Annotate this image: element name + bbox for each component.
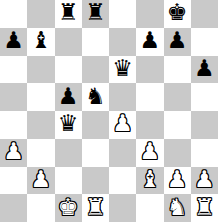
square-e7[interactable] xyxy=(109,28,136,56)
square-d5[interactable]: ♞ xyxy=(82,83,109,111)
square-f7[interactable]: ♟ xyxy=(136,28,163,56)
square-h3[interactable] xyxy=(191,139,218,167)
square-c8[interactable]: ♜ xyxy=(55,0,82,28)
square-h2[interactable]: ♟ xyxy=(191,167,218,195)
white-pawn-icon: ♟ xyxy=(112,112,133,135)
black-pawn-icon: ♟ xyxy=(140,29,161,52)
square-g5[interactable] xyxy=(164,83,191,111)
black-knight-icon: ♞ xyxy=(85,85,106,108)
square-h6[interactable]: ♟ xyxy=(191,56,218,84)
square-a6[interactable] xyxy=(0,56,27,84)
black-rook-icon: ♜ xyxy=(85,1,106,24)
square-b1[interactable] xyxy=(27,194,54,222)
white-pawn-icon: ♟ xyxy=(167,168,188,191)
square-h5[interactable] xyxy=(191,83,218,111)
square-a2[interactable] xyxy=(0,167,27,195)
square-a8[interactable] xyxy=(0,0,27,28)
square-a3[interactable]: ♟ xyxy=(0,139,27,167)
square-e4[interactable]: ♟ xyxy=(109,111,136,139)
square-d6[interactable] xyxy=(82,56,109,84)
black-queen-icon: ♛ xyxy=(58,112,79,135)
square-g6[interactable] xyxy=(164,56,191,84)
square-f6[interactable] xyxy=(136,56,163,84)
square-g3[interactable] xyxy=(164,139,191,167)
square-c2[interactable] xyxy=(55,167,82,195)
white-rook-icon: ♜ xyxy=(85,196,106,219)
square-h1[interactable]: ♜ xyxy=(191,194,218,222)
square-h8[interactable] xyxy=(191,0,218,28)
black-queen-icon: ♛ xyxy=(112,57,133,80)
square-a5[interactable] xyxy=(0,83,27,111)
square-f8[interactable] xyxy=(136,0,163,28)
white-pawn-icon: ♟ xyxy=(194,168,215,191)
black-pawn-icon: ♟ xyxy=(194,57,215,80)
square-b7[interactable]: ♝ xyxy=(27,28,54,56)
square-h4[interactable] xyxy=(191,111,218,139)
chess-board: ♜♜♚♟♝♟♟♛♟♟♞♛♟♟♟♟♝♟♟♚♜♞♜ xyxy=(0,0,218,222)
square-e8[interactable] xyxy=(109,0,136,28)
square-e6[interactable]: ♛ xyxy=(109,56,136,84)
square-g2[interactable]: ♟ xyxy=(164,167,191,195)
square-f4[interactable] xyxy=(136,111,163,139)
square-e2[interactable] xyxy=(109,167,136,195)
white-pawn-icon: ♟ xyxy=(31,168,52,191)
square-c1[interactable]: ♚ xyxy=(55,194,82,222)
square-a7[interactable]: ♟ xyxy=(0,28,27,56)
square-d1[interactable]: ♜ xyxy=(82,194,109,222)
square-e3[interactable] xyxy=(109,139,136,167)
square-c6[interactable] xyxy=(55,56,82,84)
square-d2[interactable] xyxy=(82,167,109,195)
square-b6[interactable] xyxy=(27,56,54,84)
square-g4[interactable] xyxy=(164,111,191,139)
square-f3[interactable]: ♟ xyxy=(136,139,163,167)
black-pawn-icon: ♟ xyxy=(58,85,79,108)
square-f1[interactable] xyxy=(136,194,163,222)
square-d8[interactable]: ♜ xyxy=(82,0,109,28)
square-b2[interactable]: ♟ xyxy=(27,167,54,195)
square-e5[interactable] xyxy=(109,83,136,111)
black-pawn-icon: ♟ xyxy=(3,29,24,52)
square-d7[interactable] xyxy=(82,28,109,56)
white-bishop-icon: ♝ xyxy=(140,168,161,191)
black-rook-icon: ♜ xyxy=(58,1,79,24)
square-c5[interactable]: ♟ xyxy=(55,83,82,111)
square-f2[interactable]: ♝ xyxy=(136,167,163,195)
square-d4[interactable] xyxy=(82,111,109,139)
square-b5[interactable] xyxy=(27,83,54,111)
square-g8[interactable]: ♚ xyxy=(164,0,191,28)
square-a4[interactable] xyxy=(0,111,27,139)
square-b4[interactable] xyxy=(27,111,54,139)
square-b8[interactable] xyxy=(27,0,54,28)
square-h7[interactable] xyxy=(191,28,218,56)
white-pawn-icon: ♟ xyxy=(3,140,24,163)
square-g7[interactable]: ♟ xyxy=(164,28,191,56)
square-b3[interactable] xyxy=(27,139,54,167)
white-knight-icon: ♞ xyxy=(167,196,188,219)
square-a1[interactable] xyxy=(0,194,27,222)
black-king-icon: ♚ xyxy=(167,1,188,24)
square-c7[interactable] xyxy=(55,28,82,56)
square-c3[interactable] xyxy=(55,139,82,167)
white-rook-icon: ♜ xyxy=(194,196,215,219)
black-pawn-icon: ♟ xyxy=(167,29,188,52)
black-bishop-icon: ♝ xyxy=(31,29,52,52)
square-g1[interactable]: ♞ xyxy=(164,194,191,222)
white-pawn-icon: ♟ xyxy=(140,140,161,163)
square-d3[interactable] xyxy=(82,139,109,167)
white-king-icon: ♚ xyxy=(58,196,79,219)
square-e1[interactable] xyxy=(109,194,136,222)
square-c4[interactable]: ♛ xyxy=(55,111,82,139)
square-f5[interactable] xyxy=(136,83,163,111)
